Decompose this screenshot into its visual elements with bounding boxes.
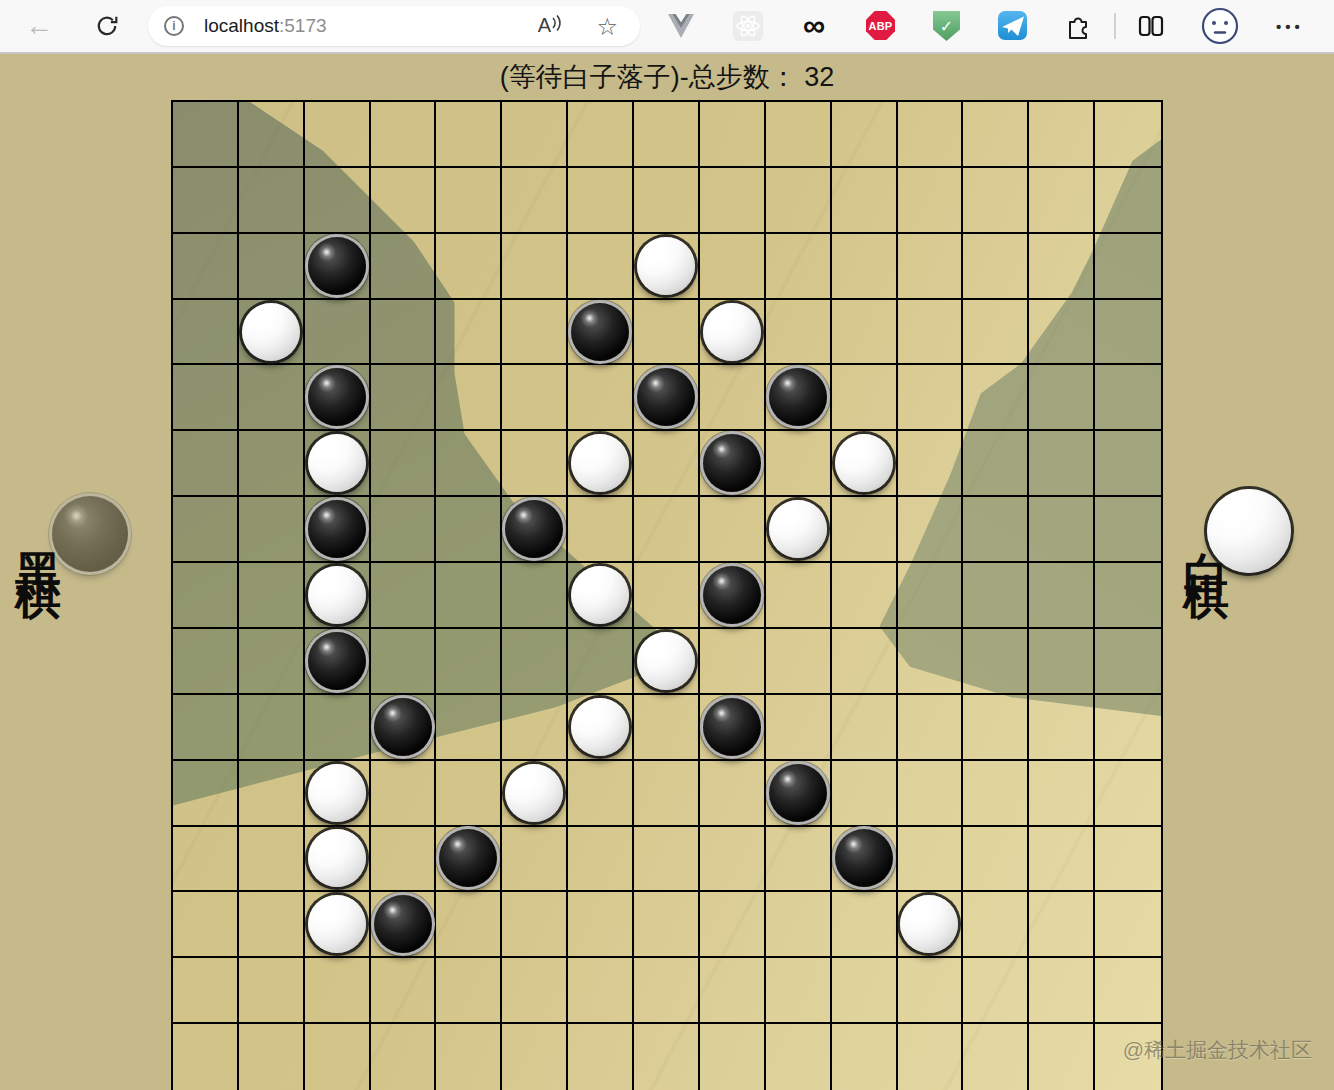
board-cell[interactable] [436, 958, 502, 1024]
board-cell[interactable] [1029, 827, 1095, 893]
board-cell[interactable] [766, 431, 832, 497]
board-cell[interactable] [173, 695, 239, 761]
board-cell[interactable] [963, 827, 1029, 893]
black-stone-preview [52, 496, 128, 572]
board-cell[interactable] [898, 892, 964, 958]
board-cell[interactable] [963, 958, 1029, 1024]
board-cell[interactable] [305, 234, 371, 300]
board-cell[interactable] [305, 629, 371, 695]
board-cell[interactable] [305, 892, 371, 958]
board-cell[interactable] [634, 695, 700, 761]
board-cell[interactable] [832, 695, 898, 761]
url-text: localhost:5173 [204, 15, 327, 37]
board-cell[interactable] [239, 629, 305, 695]
black-stone [439, 829, 497, 887]
refresh-icon[interactable] [92, 12, 122, 40]
infinity-extension-icon[interactable]: ∞ [799, 12, 829, 40]
board-cell[interactable] [173, 168, 239, 234]
board-cell[interactable] [963, 892, 1029, 958]
board-cell[interactable] [371, 300, 437, 366]
board-cell[interactable] [436, 365, 502, 431]
board-cell[interactable] [436, 102, 502, 168]
board-cell[interactable] [305, 1024, 371, 1090]
board-cell[interactable] [963, 1024, 1029, 1090]
board-cell[interactable] [766, 234, 832, 300]
board-cell[interactable] [568, 365, 634, 431]
board-cell[interactable] [502, 695, 568, 761]
board-cell[interactable] [832, 168, 898, 234]
board-cell[interactable] [173, 958, 239, 1024]
board-cell[interactable] [898, 365, 964, 431]
board-cell[interactable] [766, 1024, 832, 1090]
board-cell[interactable] [371, 365, 437, 431]
board-cell[interactable] [173, 497, 239, 563]
board-cell[interactable] [436, 300, 502, 366]
board-cell[interactable] [963, 629, 1029, 695]
board-cell[interactable] [436, 827, 502, 893]
board-cell[interactable] [436, 629, 502, 695]
board-cell[interactable] [898, 102, 964, 168]
board-cell[interactable] [634, 1024, 700, 1090]
board-cell[interactable] [1095, 761, 1161, 827]
board-cell[interactable] [371, 497, 437, 563]
board-cell[interactable] [634, 761, 700, 827]
board-cell[interactable] [766, 497, 832, 563]
board-cell[interactable] [766, 102, 832, 168]
board-cell[interactable] [239, 168, 305, 234]
board-cell[interactable] [634, 168, 700, 234]
board-cell[interactable] [963, 695, 1029, 761]
board-cell[interactable] [700, 497, 766, 563]
black-stone [769, 368, 827, 426]
board-cell[interactable] [1029, 300, 1095, 366]
board-cell[interactable] [832, 563, 898, 629]
address-bar[interactable]: i localhost:5173 A ☆ [148, 6, 640, 46]
board-cell[interactable] [371, 629, 437, 695]
board-cell[interactable] [371, 168, 437, 234]
board-cell[interactable] [898, 827, 964, 893]
board-cell[interactable] [700, 563, 766, 629]
white-stone [505, 764, 563, 822]
board-cell[interactable] [700, 234, 766, 300]
black-stone [308, 500, 366, 558]
board-cell[interactable] [239, 431, 305, 497]
board-cell[interactable] [239, 761, 305, 827]
gomoku-board [171, 100, 1163, 1090]
board-cell[interactable] [700, 629, 766, 695]
board-cell[interactable] [173, 365, 239, 431]
black-stone [835, 829, 893, 887]
white-stone [308, 566, 366, 624]
white-stone [308, 829, 366, 887]
board-cell[interactable] [898, 958, 964, 1024]
favorite-star-icon[interactable]: ☆ [596, 13, 618, 41]
board-cell[interactable] [173, 300, 239, 366]
board-cell[interactable] [239, 892, 305, 958]
white-stone [242, 303, 300, 361]
board-cell[interactable] [436, 431, 502, 497]
board-cell[interactable] [1029, 102, 1095, 168]
board-cell[interactable] [700, 695, 766, 761]
black-stone [637, 368, 695, 426]
board-cell[interactable] [766, 761, 832, 827]
board-cell[interactable] [634, 892, 700, 958]
white-stone [900, 895, 958, 953]
board-cell[interactable] [963, 365, 1029, 431]
board-cell[interactable] [568, 168, 634, 234]
site-info-icon[interactable]: i [164, 16, 184, 36]
board-cell[interactable] [832, 234, 898, 300]
board-cell[interactable] [502, 1024, 568, 1090]
board-cell[interactable] [305, 168, 371, 234]
vue-devtools-icon[interactable] [666, 12, 696, 40]
board-cell[interactable] [568, 761, 634, 827]
board-cell[interactable] [173, 563, 239, 629]
board-cell[interactable] [898, 300, 964, 366]
board-cell[interactable] [634, 365, 700, 431]
board-cell[interactable] [1029, 168, 1095, 234]
board-cell[interactable] [502, 827, 568, 893]
board-cell[interactable] [568, 102, 634, 168]
board-cell[interactable] [963, 761, 1029, 827]
white-stone [308, 434, 366, 492]
board-cell[interactable] [634, 102, 700, 168]
board-cell[interactable] [502, 300, 568, 366]
board-cell[interactable] [634, 300, 700, 366]
board-cell[interactable] [832, 300, 898, 366]
board-cell[interactable] [239, 695, 305, 761]
board-cell[interactable] [898, 497, 964, 563]
board-cell[interactable] [898, 234, 964, 300]
board-cell[interactable] [502, 168, 568, 234]
board-cell[interactable] [700, 102, 766, 168]
board-cell[interactable] [1095, 365, 1161, 431]
white-stone [308, 895, 366, 953]
white-stone [637, 237, 695, 295]
board-cell[interactable] [305, 300, 371, 366]
black-stone [703, 566, 761, 624]
board-cell[interactable] [766, 695, 832, 761]
board-cell[interactable] [963, 300, 1029, 366]
board-cell[interactable] [239, 300, 305, 366]
board-cell[interactable] [634, 629, 700, 695]
board-cell[interactable] [371, 892, 437, 958]
board-cell[interactable] [239, 827, 305, 893]
board-cell[interactable] [898, 563, 964, 629]
board-cell[interactable] [898, 431, 964, 497]
board-cell[interactable] [1095, 102, 1161, 168]
board-cell[interactable] [1095, 827, 1161, 893]
board-cell[interactable] [436, 695, 502, 761]
white-stone [835, 434, 893, 492]
react-devtools-icon[interactable] [733, 11, 763, 41]
board-cell[interactable] [436, 168, 502, 234]
board-cell[interactable] [634, 827, 700, 893]
board-cell[interactable] [700, 168, 766, 234]
board-cell[interactable] [963, 168, 1029, 234]
board-cell[interactable] [502, 892, 568, 958]
board-cell[interactable] [173, 629, 239, 695]
board-cell[interactable] [1095, 563, 1161, 629]
board-cell[interactable] [239, 497, 305, 563]
board-cell[interactable] [305, 102, 371, 168]
back-icon[interactable]: ← [24, 12, 54, 40]
board-cell[interactable] [1029, 365, 1095, 431]
board-cell[interactable] [502, 629, 568, 695]
board-cell[interactable] [305, 958, 371, 1024]
board-cell[interactable] [502, 365, 568, 431]
board-cell[interactable] [1095, 958, 1161, 1024]
board-cell[interactable] [305, 827, 371, 893]
board-cell[interactable] [1029, 761, 1095, 827]
board-cell[interactable] [1095, 497, 1161, 563]
board-cell[interactable] [1029, 431, 1095, 497]
board-cell[interactable] [832, 497, 898, 563]
board-cell[interactable] [173, 431, 239, 497]
board-cell[interactable] [832, 958, 898, 1024]
board-cell[interactable] [568, 234, 634, 300]
board-cell[interactable] [832, 102, 898, 168]
board-cell[interactable] [766, 892, 832, 958]
board-cell[interactable] [371, 761, 437, 827]
board-cell[interactable] [766, 300, 832, 366]
profile-face-icon[interactable] [1199, 5, 1241, 47]
black-stone [703, 698, 761, 756]
black-stone [308, 237, 366, 295]
board-cell[interactable] [568, 497, 634, 563]
board-cell[interactable] [239, 365, 305, 431]
board-cell[interactable] [1095, 431, 1161, 497]
board-cell[interactable] [1029, 1024, 1095, 1090]
white-stone [703, 303, 761, 361]
board-cell[interactable] [898, 168, 964, 234]
board-cell[interactable] [832, 761, 898, 827]
board-cell[interactable] [305, 497, 371, 563]
board-cell[interactable] [634, 431, 700, 497]
board-cell[interactable] [1029, 892, 1095, 958]
board-cell[interactable] [239, 563, 305, 629]
board-cell[interactable] [832, 892, 898, 958]
board-cell[interactable] [700, 761, 766, 827]
extensions-puzzle-icon[interactable] [1064, 12, 1094, 40]
board-cell[interactable] [568, 629, 634, 695]
board-cell[interactable] [305, 431, 371, 497]
board-cell[interactable] [898, 629, 964, 695]
black-stone [374, 895, 432, 953]
board-cell[interactable] [766, 563, 832, 629]
board-cell[interactable] [568, 892, 634, 958]
board-cell[interactable] [239, 958, 305, 1024]
board-cell[interactable] [963, 497, 1029, 563]
white-stone [769, 500, 827, 558]
board-cell[interactable] [239, 234, 305, 300]
board-cell[interactable] [634, 234, 700, 300]
board-cell[interactable] [502, 761, 568, 827]
watermark: @稀土掘金技术社区 [1123, 1036, 1312, 1064]
board-cell[interactable] [832, 827, 898, 893]
white-stone-preview [1207, 489, 1291, 573]
board-cell[interactable] [1095, 892, 1161, 958]
board-cell[interactable] [963, 234, 1029, 300]
black-stone [308, 368, 366, 426]
adblock-plus-icon[interactable]: ABP [866, 11, 895, 40]
board-cell[interactable] [1029, 958, 1095, 1024]
board-cell[interactable] [1029, 234, 1095, 300]
board-cell[interactable] [898, 761, 964, 827]
board-cell[interactable] [239, 1024, 305, 1090]
board-cell[interactable] [371, 431, 437, 497]
board-cell[interactable] [634, 497, 700, 563]
board-cell[interactable] [700, 892, 766, 958]
board-cell[interactable] [436, 234, 502, 300]
board-cell[interactable] [1029, 695, 1095, 761]
board-cell[interactable] [700, 431, 766, 497]
board-cell[interactable] [568, 300, 634, 366]
board-cell[interactable] [766, 958, 832, 1024]
board-cell[interactable] [436, 563, 502, 629]
board-cell[interactable] [634, 958, 700, 1024]
white-stone [571, 698, 629, 756]
board-cell[interactable] [963, 102, 1029, 168]
board-cell[interactable] [766, 827, 832, 893]
board-cell[interactable] [1095, 695, 1161, 761]
black-stone [308, 632, 366, 690]
board-cell[interactable] [568, 1024, 634, 1090]
board-cell[interactable] [1095, 300, 1161, 366]
board-cell[interactable] [436, 761, 502, 827]
board-cell[interactable] [700, 300, 766, 366]
board-cell[interactable] [371, 234, 437, 300]
board-cell[interactable] [436, 892, 502, 958]
board-cell[interactable] [1095, 629, 1161, 695]
board-cell[interactable] [963, 563, 1029, 629]
board-cell[interactable] [436, 497, 502, 563]
board-cell[interactable] [173, 827, 239, 893]
board-cell[interactable] [568, 958, 634, 1024]
board-cell[interactable] [371, 695, 437, 761]
board-cell[interactable] [700, 1024, 766, 1090]
board-cell[interactable] [305, 695, 371, 761]
board-grid [173, 102, 1161, 1090]
read-aloud-icon[interactable]: A [538, 14, 562, 37]
board-cell[interactable] [832, 1024, 898, 1090]
black-stone [703, 434, 761, 492]
board-cell[interactable] [766, 365, 832, 431]
black-stone [571, 303, 629, 361]
black-stone [505, 500, 563, 558]
board-cell[interactable] [1095, 234, 1161, 300]
board-cell[interactable] [371, 827, 437, 893]
board-cell[interactable] [502, 563, 568, 629]
board-cell[interactable] [371, 1024, 437, 1090]
board-cell[interactable] [832, 431, 898, 497]
white-stone [571, 434, 629, 492]
white-stone [637, 632, 695, 690]
board-cell[interactable] [1029, 497, 1095, 563]
board-cell[interactable] [568, 431, 634, 497]
browser-toolbar: ← i localhost:5173 A ☆ [0, 0, 1334, 54]
board-cell[interactable] [963, 431, 1029, 497]
board-cell[interactable] [502, 234, 568, 300]
board-cell[interactable] [239, 102, 305, 168]
board-cell[interactable] [766, 629, 832, 695]
board-cell[interactable] [502, 958, 568, 1024]
board-cell[interactable] [568, 827, 634, 893]
board-cell[interactable] [371, 563, 437, 629]
board-cell[interactable] [436, 1024, 502, 1090]
board-cell[interactable] [1029, 629, 1095, 695]
board-cell[interactable] [832, 629, 898, 695]
settings-menu-icon[interactable]: ••• [1272, 12, 1308, 40]
telegram-icon[interactable] [998, 11, 1027, 40]
board-cell[interactable] [766, 168, 832, 234]
black-stone [374, 698, 432, 756]
board-cell[interactable] [502, 431, 568, 497]
board-cell[interactable] [1095, 168, 1161, 234]
board-cell[interactable] [502, 497, 568, 563]
game-status-title: (等待白子落子)-总步数： 32 [0, 54, 1334, 100]
board-cell[interactable] [371, 958, 437, 1024]
board-cell[interactable] [502, 102, 568, 168]
black-stone [769, 764, 827, 822]
board-cell[interactable] [1029, 563, 1095, 629]
board-cell[interactable] [173, 234, 239, 300]
board-cell[interactable] [700, 958, 766, 1024]
board-cell[interactable] [173, 1024, 239, 1090]
board-cell[interactable] [700, 827, 766, 893]
board-cell[interactable] [305, 365, 371, 431]
board-cell[interactable] [832, 365, 898, 431]
adguard-shield-icon[interactable]: ✓ [933, 11, 960, 41]
white-stone [308, 764, 366, 822]
board-cell[interactable] [568, 563, 634, 629]
board-cell[interactable] [898, 695, 964, 761]
white-stone [571, 566, 629, 624]
split-screen-icon[interactable] [1136, 12, 1166, 40]
board-cell[interactable] [568, 695, 634, 761]
board-cell[interactable] [700, 365, 766, 431]
board-cell[interactable] [305, 563, 371, 629]
board-cell[interactable] [634, 563, 700, 629]
board-cell[interactable] [173, 761, 239, 827]
board-cell[interactable] [173, 102, 239, 168]
board-cell[interactable] [898, 1024, 964, 1090]
board-cell[interactable] [371, 102, 437, 168]
board-cell[interactable] [305, 761, 371, 827]
toolbar-divider [1114, 13, 1116, 39]
board-cell[interactable] [173, 892, 239, 958]
